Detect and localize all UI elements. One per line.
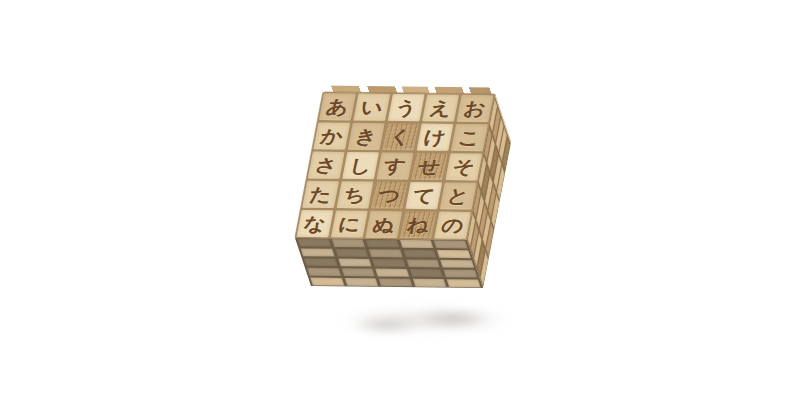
- top-block-r5c2-に: に: [331, 210, 368, 237]
- cube-top-face-hiragana-board: あいうえおかきくけこさしすせそたちつてとなにぬねの: [295, 92, 495, 240]
- top-block-r5c3-ぬ: ぬ: [365, 211, 402, 238]
- front-block-r3c2: [338, 259, 372, 267]
- top-block-r1c2-い: い: [353, 94, 390, 121]
- front-block-r4c3: [375, 269, 409, 277]
- hiragana-glyph-お: お: [462, 99, 487, 117]
- top-block-r2c5-こ: こ: [451, 124, 488, 151]
- top-block-r3c2-し: し: [342, 152, 379, 179]
- hiragana-glyph-き: き: [354, 127, 379, 145]
- hiragana-glyph-あ: あ: [325, 98, 350, 116]
- front-block-r4c5: [444, 269, 478, 277]
- front-block-r4c1: [307, 268, 341, 276]
- top-block-r1c3-う: う: [388, 94, 425, 121]
- front-block-r5c5: [447, 279, 481, 287]
- top-block-r4c3-つ: つ: [371, 182, 408, 209]
- front-block-r3c3: [372, 259, 406, 267]
- hiragana-glyph-な: な: [302, 214, 327, 232]
- front-block-r1c2: [331, 239, 365, 247]
- front-block-r1c5: [434, 240, 468, 248]
- front-block-r3c1: [304, 258, 338, 266]
- front-block-r2c3: [369, 249, 403, 257]
- front-block-r4c4: [409, 269, 443, 277]
- front-block-r1c1: [297, 239, 331, 247]
- front-block-r4c2: [341, 268, 375, 276]
- hiragana-glyph-す: す: [382, 157, 407, 175]
- front-block-r2c1: [301, 248, 335, 256]
- hiragana-glyph-し: し: [348, 156, 373, 174]
- front-block-r5c3: [379, 278, 413, 286]
- top-block-r4c4-て: て: [405, 182, 442, 209]
- front-block-r5c2: [344, 278, 378, 286]
- top-block-r2c2-き: き: [348, 123, 385, 150]
- top-block-r5c1-な: な: [297, 210, 334, 237]
- hiragana-glyph-た: た: [308, 185, 333, 203]
- hiragana-glyph-の: の: [440, 216, 465, 234]
- hiragana-glyph-ぬ: ぬ: [371, 215, 396, 233]
- cube-front-face: [295, 238, 483, 288]
- front-block-r2c2: [335, 249, 369, 257]
- top-block-r1c5-お: お: [457, 95, 494, 122]
- top-block-r5c4-ね: ね: [400, 211, 437, 238]
- floor-shadow-left: [350, 318, 422, 332]
- hiragana-glyph-け: け: [422, 128, 447, 146]
- front-block-r5c4: [413, 279, 447, 287]
- product-photo-stage: あいうえおかきくけこさしすせそたちつてとなにぬねの: [0, 0, 800, 420]
- hiragana-glyph-そ: そ: [451, 158, 476, 176]
- hiragana-glyph-い: い: [359, 98, 384, 116]
- hiragana-glyph-と: と: [446, 187, 471, 205]
- top-block-r2c4-け: け: [417, 124, 454, 151]
- top-block-r4c5-と: と: [440, 182, 477, 209]
- top-block-r2c1-か: か: [313, 122, 350, 149]
- hiragana-glyph-え: え: [428, 99, 453, 117]
- hiragana-glyph-う: う: [394, 98, 419, 116]
- top-block-r3c4-せ: せ: [411, 153, 448, 180]
- front-block-r5c1: [310, 278, 344, 286]
- hiragana-glyph-に: に: [337, 215, 362, 233]
- hiragana-glyph-せ: せ: [417, 157, 442, 175]
- hiragana-glyph-ね: ね: [406, 216, 431, 234]
- hiragana-glyph-く: く: [388, 128, 413, 146]
- top-block-r3c1-さ: さ: [308, 152, 345, 179]
- front-block-r1c3: [365, 239, 399, 247]
- top-block-r4c2-ち: ち: [337, 181, 374, 208]
- top-block-r4c1-た: た: [302, 181, 339, 208]
- front-block-r2c4: [403, 250, 437, 258]
- front-block-r2c5: [437, 250, 471, 258]
- top-block-r1c4-え: え: [422, 94, 459, 121]
- top-block-r3c5-そ: そ: [445, 153, 482, 180]
- hiragana-glyph-つ: つ: [377, 186, 402, 204]
- floor-shadow-right: [414, 311, 494, 326]
- hiragana-glyph-こ: こ: [457, 128, 482, 146]
- top-block-r5c5-の: の: [434, 212, 471, 239]
- hiragana-glyph-ち: ち: [342, 186, 367, 204]
- hiragana-glyph-か: か: [319, 127, 344, 145]
- top-block-r2c3-く: く: [382, 123, 419, 150]
- top-block-r3c3-す: す: [377, 152, 414, 179]
- front-block-r3c5: [440, 260, 474, 268]
- hiragana-glyph-て: て: [411, 186, 436, 204]
- hiragana-glyph-さ: さ: [314, 156, 339, 174]
- front-block-r3c4: [406, 259, 440, 267]
- top-block-r1c1-あ: あ: [319, 93, 356, 120]
- front-block-r1c4: [400, 240, 434, 248]
